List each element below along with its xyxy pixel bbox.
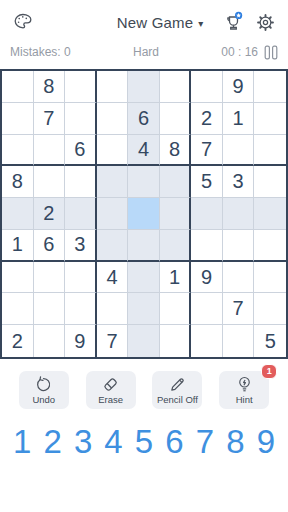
cell-r8c5[interactable] — [128, 293, 160, 325]
cell-r3c8[interactable] — [223, 135, 255, 167]
cell-r6c1[interactable]: 1 — [2, 230, 34, 262]
cell-r5c2[interactable]: 2 — [34, 198, 66, 230]
cell-r9c3[interactable]: 9 — [65, 325, 97, 357]
cell-r1c2[interactable]: 8 — [34, 71, 66, 103]
cell-r7c6[interactable]: 1 — [160, 262, 192, 294]
sudoku-board: 8976216487853216341972975 — [0, 69, 288, 359]
cell-r3c9[interactable] — [254, 135, 286, 167]
cell-r3c7[interactable]: 7 — [191, 135, 223, 167]
numpad-7[interactable]: 7 — [196, 425, 214, 458]
cell-r5c9[interactable] — [254, 198, 286, 230]
erase-button[interactable]: Erase — [86, 371, 136, 409]
cell-r6c3[interactable]: 3 — [65, 230, 97, 262]
cell-r9c7[interactable] — [191, 325, 223, 357]
cell-r1c4[interactable] — [97, 71, 129, 103]
cell-r6c2[interactable]: 6 — [34, 230, 66, 262]
cell-r8c8[interactable]: 7 — [223, 293, 255, 325]
cell-r9c8[interactable] — [223, 325, 255, 357]
cell-r7c3[interactable] — [65, 262, 97, 294]
theme-palette-button[interactable] — [12, 11, 34, 33]
cell-r2c8[interactable]: 1 — [223, 103, 255, 135]
cell-r8c3[interactable] — [65, 293, 97, 325]
cell-r4c1[interactable]: 8 — [2, 166, 34, 198]
cell-r4c9[interactable] — [254, 166, 286, 198]
difficulty-label: Hard — [133, 45, 159, 59]
cell-r7c9[interactable] — [254, 262, 286, 294]
cell-r5c4[interactable] — [97, 198, 129, 230]
cell-r9c9[interactable]: 5 — [254, 325, 286, 357]
numpad-4[interactable]: 4 — [104, 425, 122, 458]
hint-label: Hint — [236, 394, 253, 405]
gear-icon — [255, 12, 276, 33]
chevron-down-icon: ▾ — [198, 16, 203, 29]
cell-r2c5[interactable]: 6 — [128, 103, 160, 135]
cell-r9c4[interactable]: 7 — [97, 325, 129, 357]
cell-r8c7[interactable] — [191, 293, 223, 325]
cell-r8c2[interactable] — [34, 293, 66, 325]
cell-r6c7[interactable] — [191, 230, 223, 262]
numpad-2[interactable]: 2 — [43, 425, 61, 458]
number-pad: 123456789 — [0, 425, 288, 458]
cell-r2c3[interactable] — [65, 103, 97, 135]
cell-r8c6[interactable] — [160, 293, 192, 325]
undo-icon — [34, 375, 53, 394]
cell-r5c8[interactable] — [223, 198, 255, 230]
pause-button[interactable] — [264, 45, 278, 60]
cell-r9c6[interactable] — [160, 325, 192, 357]
pause-icon — [264, 45, 278, 60]
erase-label: Erase — [98, 394, 123, 405]
cell-r3c5[interactable]: 4 — [128, 135, 160, 167]
numpad-3[interactable]: 3 — [74, 425, 92, 458]
cell-r2c2[interactable]: 7 — [34, 103, 66, 135]
mistakes-counter: Mistakes: 0 — [10, 45, 71, 59]
cell-r4c8[interactable]: 3 — [223, 166, 255, 198]
cell-r2c9[interactable] — [254, 103, 286, 135]
cell-r2c4[interactable] — [97, 103, 129, 135]
pencil-icon — [168, 375, 187, 394]
timer-value: 00 : 16 — [221, 45, 258, 59]
cell-r9c1[interactable]: 2 — [2, 325, 34, 357]
cell-r1c6[interactable] — [160, 71, 192, 103]
top-bar: New Game ▾ — [0, 0, 288, 34]
cell-r3c3[interactable]: 6 — [65, 135, 97, 167]
eraser-icon — [101, 375, 120, 394]
numpad-6[interactable]: 6 — [165, 425, 183, 458]
numpad-1[interactable]: 1 — [13, 425, 31, 458]
cell-r6c4[interactable] — [97, 230, 129, 262]
cell-r7c4[interactable]: 4 — [97, 262, 129, 294]
page-title: New Game — [117, 14, 194, 31]
trophy-icon — [222, 10, 246, 34]
cell-r6c6[interactable] — [160, 230, 192, 262]
cell-r4c6[interactable] — [160, 166, 192, 198]
cell-r7c7[interactable]: 9 — [191, 262, 223, 294]
cell-r5c6[interactable] — [160, 198, 192, 230]
cell-r6c9[interactable] — [254, 230, 286, 262]
cell-r3c6[interactable]: 8 — [160, 135, 192, 167]
cell-r4c3[interactable] — [65, 166, 97, 198]
cell-r1c1[interactable] — [2, 71, 34, 103]
numpad-9[interactable]: 9 — [257, 425, 275, 458]
cell-r8c4[interactable] — [97, 293, 129, 325]
cell-r4c5[interactable] — [128, 166, 160, 198]
cell-r5c1[interactable] — [2, 198, 34, 230]
cell-r2c7[interactable]: 2 — [191, 103, 223, 135]
palette-icon — [12, 11, 34, 33]
cell-r1c7[interactable] — [191, 71, 223, 103]
cell-r7c8[interactable] — [223, 262, 255, 294]
cell-r5c5[interactable] — [128, 198, 160, 230]
cell-r7c1[interactable] — [2, 262, 34, 294]
hint-badge: 1 — [261, 364, 277, 379]
cell-r5c3[interactable] — [65, 198, 97, 230]
numpad-8[interactable]: 8 — [226, 425, 244, 458]
cell-r7c2[interactable] — [34, 262, 66, 294]
numpad-5[interactable]: 5 — [135, 425, 153, 458]
cell-r2c1[interactable] — [2, 103, 34, 135]
cell-r3c4[interactable] — [97, 135, 129, 167]
cell-r3c2[interactable] — [34, 135, 66, 167]
cell-r1c8[interactable]: 9 — [223, 71, 255, 103]
cell-r4c7[interactable]: 5 — [191, 166, 223, 198]
settings-button[interactable] — [255, 12, 276, 33]
cell-r9c5[interactable] — [128, 325, 160, 357]
cell-r8c9[interactable] — [254, 293, 286, 325]
cell-r2c6[interactable] — [160, 103, 192, 135]
undo-button[interactable]: Undo — [19, 371, 69, 409]
cell-r8c1[interactable] — [2, 293, 34, 325]
cell-r7c5[interactable] — [128, 262, 160, 294]
cell-r1c3[interactable] — [65, 71, 97, 103]
lightbulb-icon — [235, 375, 254, 394]
cell-r6c5[interactable] — [128, 230, 160, 262]
cell-r4c2[interactable] — [34, 166, 66, 198]
cell-r1c9[interactable] — [254, 71, 286, 103]
cell-r9c2[interactable] — [34, 325, 66, 357]
cell-r4c4[interactable] — [97, 166, 129, 198]
hint-button[interactable]: 1 Hint — [219, 371, 269, 409]
cell-r3c1[interactable] — [2, 135, 34, 167]
pencil-button[interactable]: Pencil Off — [152, 371, 202, 409]
toolbar: Undo Erase Pencil Off 1 — [0, 371, 288, 409]
cell-r5c7[interactable] — [191, 198, 223, 230]
undo-label: Undo — [32, 394, 55, 405]
cell-r1c5[interactable] — [128, 71, 160, 103]
awards-button[interactable] — [222, 10, 246, 34]
pencil-label: Pencil Off — [157, 394, 198, 405]
status-bar: Mistakes: 0 Hard 00 : 16 — [0, 44, 288, 60]
cell-r6c8[interactable] — [223, 230, 255, 262]
